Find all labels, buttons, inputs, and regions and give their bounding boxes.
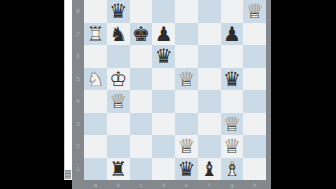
square-d4[interactable] — [152, 90, 175, 113]
square-h1[interactable] — [243, 158, 266, 181]
square-h8[interactable]: ♛♕ — [243, 0, 266, 23]
square-d2[interactable] — [152, 135, 175, 158]
square-g5[interactable]: ♛ — [221, 68, 244, 91]
rank-label-4: 4 — [72, 90, 84, 113]
square-c7[interactable]: ♚ — [130, 23, 153, 46]
square-f1[interactable]: ♝ — [198, 158, 221, 181]
square-d8[interactable] — [152, 0, 175, 23]
piece-white-queen[interactable]: ♛♕ — [175, 135, 198, 158]
square-d6[interactable]: ♛ — [152, 45, 175, 68]
piece-black-pawn[interactable]: ♟ — [221, 23, 244, 46]
piece-black-knight[interactable]: ♞ — [107, 23, 130, 46]
square-d3[interactable] — [152, 113, 175, 136]
square-f5[interactable] — [198, 68, 221, 91]
square-a7[interactable]: ♜♖ — [84, 23, 107, 46]
piece-white-queen[interactable]: ♛♕ — [221, 135, 244, 158]
rank-label-2: 2 — [72, 135, 84, 158]
file-label-c: c — [130, 180, 153, 189]
square-c6[interactable] — [130, 45, 153, 68]
square-a3[interactable] — [84, 113, 107, 136]
file-label-f: f — [198, 180, 221, 189]
piece-white-queen[interactable]: ♛♕ — [107, 90, 130, 113]
file-labels: abcdefgh — [84, 180, 266, 189]
square-e5[interactable]: ♛♕ — [175, 68, 198, 91]
square-d7[interactable]: ♟ — [152, 23, 175, 46]
piece-white-king[interactable]: ♚♔ — [107, 68, 130, 91]
square-c8[interactable] — [130, 0, 153, 23]
rank-label-7: 7 — [72, 23, 84, 46]
square-f7[interactable] — [198, 23, 221, 46]
file-label-e: e — [175, 180, 198, 189]
square-f4[interactable] — [198, 90, 221, 113]
piece-white-bishop[interactable]: ♝♗ — [221, 158, 244, 181]
square-c3[interactable] — [130, 113, 153, 136]
square-g1[interactable]: ♝♗ — [221, 158, 244, 181]
piece-black-bishop[interactable]: ♝ — [198, 158, 221, 181]
piece-black-queen[interactable]: ♛ — [152, 45, 175, 68]
piece-white-rook[interactable]: ♜♖ — [84, 23, 107, 46]
square-b6[interactable] — [107, 45, 130, 68]
square-h3[interactable] — [243, 113, 266, 136]
square-g3[interactable]: ♛♕ — [221, 113, 244, 136]
square-b8[interactable]: ♛ — [107, 0, 130, 23]
square-d1[interactable] — [152, 158, 175, 181]
square-a1[interactable] — [84, 158, 107, 181]
square-g8[interactable] — [221, 0, 244, 23]
square-b3[interactable] — [107, 113, 130, 136]
square-e1[interactable]: ♛ — [175, 158, 198, 181]
square-e8[interactable] — [175, 0, 198, 23]
square-e4[interactable] — [175, 90, 198, 113]
piece-black-king[interactable]: ♚ — [130, 23, 153, 46]
piece-white-queen[interactable]: ♛♕ — [221, 113, 244, 136]
piece-white-queen[interactable]: ♛♕ — [175, 68, 198, 91]
left-letterbox — [0, 0, 64, 189]
square-a2[interactable] — [84, 135, 107, 158]
square-b5[interactable]: ♚♔ — [107, 68, 130, 91]
square-g4[interactable] — [221, 90, 244, 113]
square-c1[interactable] — [130, 158, 153, 181]
square-h7[interactable] — [243, 23, 266, 46]
square-g2[interactable]: ♛♕ — [221, 135, 244, 158]
square-b4[interactable]: ♛♕ — [107, 90, 130, 113]
square-a6[interactable] — [84, 45, 107, 68]
square-e6[interactable] — [175, 45, 198, 68]
piece-black-queen[interactable]: ♛ — [221, 68, 244, 91]
piece-black-rook[interactable]: ♜ — [107, 158, 130, 181]
square-h4[interactable] — [243, 90, 266, 113]
piece-white-queen[interactable]: ♛♕ — [243, 0, 266, 23]
square-f3[interactable] — [198, 113, 221, 136]
rank-label-5: 5 — [72, 68, 84, 91]
square-b1[interactable]: ♜ — [107, 158, 130, 181]
square-b7[interactable]: ♞ — [107, 23, 130, 46]
square-h6[interactable] — [243, 45, 266, 68]
square-f6[interactable] — [198, 45, 221, 68]
file-label-b: b — [107, 180, 130, 189]
square-h2[interactable] — [243, 135, 266, 158]
square-g7[interactable]: ♟ — [221, 23, 244, 46]
piece-black-queen[interactable]: ♛ — [175, 158, 198, 181]
file-label-a: a — [84, 180, 107, 189]
file-label-d: d — [152, 180, 175, 189]
rank-label-1: 1 — [72, 158, 84, 181]
chess-board[interactable]: ♛♛♕♜♖♞♚♟♟♛♞♘♚♔♛♕♛♛♕♛♕♛♕♛♕♜♛♝♝♗ — [84, 0, 266, 180]
piece-black-queen[interactable]: ♛ — [107, 0, 130, 23]
square-a5[interactable]: ♞♘ — [84, 68, 107, 91]
square-e7[interactable] — [175, 23, 198, 46]
piece-black-pawn[interactable]: ♟ — [152, 23, 175, 46]
rank-label-8: 8 — [72, 0, 84, 23]
rank-labels: 87654321 — [72, 0, 84, 180]
square-f8[interactable] — [198, 0, 221, 23]
square-e3[interactable] — [175, 113, 198, 136]
square-a8[interactable] — [84, 0, 107, 23]
square-h5[interactable] — [243, 68, 266, 91]
square-c5[interactable] — [130, 68, 153, 91]
square-c2[interactable] — [130, 135, 153, 158]
rank-label-3: 3 — [72, 113, 84, 136]
piece-white-knight[interactable]: ♞♘ — [84, 68, 107, 91]
square-g6[interactable] — [221, 45, 244, 68]
file-label-h: h — [243, 180, 266, 189]
square-e2[interactable]: ♛♕ — [175, 135, 198, 158]
rank-label-6: 6 — [72, 45, 84, 68]
square-c4[interactable] — [130, 90, 153, 113]
file-label-g: g — [221, 180, 244, 189]
square-f2[interactable] — [198, 135, 221, 158]
square-b2[interactable] — [107, 135, 130, 158]
scrollbar-thumb[interactable] — [65, 170, 71, 179]
right-letterbox — [271, 0, 336, 189]
square-a4[interactable] — [84, 90, 107, 113]
scrollbar-track[interactable] — [64, 0, 72, 180]
square-d5[interactable] — [152, 68, 175, 91]
